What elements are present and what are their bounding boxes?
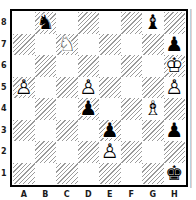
file-label-a: A xyxy=(13,189,35,199)
square-d5: ♟♙ xyxy=(78,77,100,99)
square-a1 xyxy=(13,163,35,185)
square-d8 xyxy=(78,12,100,34)
square-b4 xyxy=(35,98,57,120)
square-c5 xyxy=(56,77,78,99)
square-f4 xyxy=(121,98,143,120)
file-label-d: D xyxy=(78,189,100,199)
rank-labels: 8 7 6 5 4 3 2 1 xyxy=(0,12,9,184)
white-pawn-piece: ♟♙ xyxy=(101,141,119,162)
square-g3 xyxy=(142,120,164,142)
square-f7 xyxy=(121,34,143,56)
king-icon: ♔ xyxy=(165,55,183,76)
pawn-icon: ♙ xyxy=(165,77,183,98)
square-e7 xyxy=(99,34,121,56)
scan-artifact xyxy=(190,9,192,188)
square-b2 xyxy=(35,141,57,163)
square-a8 xyxy=(13,12,35,34)
square-e1 xyxy=(99,163,121,185)
king-icon: ♚ xyxy=(165,163,183,184)
knight-icon: ♞ xyxy=(36,12,54,33)
square-a7 xyxy=(13,34,35,56)
square-d3 xyxy=(78,120,100,142)
pawn-icon: ♟ xyxy=(101,120,119,141)
square-b8: ♞ xyxy=(35,12,57,34)
rank-label-7: 7 xyxy=(0,34,9,56)
file-label-b: B xyxy=(35,189,57,199)
rank-label-1: 1 xyxy=(0,163,9,185)
square-g5 xyxy=(142,77,164,99)
bishop-icon: ♗ xyxy=(144,98,162,119)
square-e6 xyxy=(99,55,121,77)
file-label-c: C xyxy=(56,189,78,199)
square-b5 xyxy=(35,77,57,99)
square-f5 xyxy=(121,77,143,99)
square-f3 xyxy=(121,120,143,142)
square-f2 xyxy=(121,141,143,163)
square-h1: ♚ xyxy=(164,163,186,185)
square-b7 xyxy=(35,34,57,56)
knight-icon: ♘ xyxy=(58,34,76,55)
black-pawn-piece: ♟ xyxy=(165,120,183,141)
chess-diagram: 8 7 6 5 4 3 2 1 ♞♝♞♘♟♚♔♟♙♟♙♟♙♟♝♗♟♟♟♙♚ A … xyxy=(0,0,196,200)
square-f8 xyxy=(121,12,143,34)
square-h3: ♟ xyxy=(164,120,186,142)
chess-board: ♞♝♞♘♟♚♔♟♙♟♙♟♙♟♝♗♟♟♟♙♚ xyxy=(10,9,188,187)
rank-label-6: 6 xyxy=(0,55,9,77)
square-c4 xyxy=(56,98,78,120)
square-g8: ♝ xyxy=(142,12,164,34)
square-a2 xyxy=(13,141,35,163)
square-b1 xyxy=(35,163,57,185)
bishop-icon: ♝ xyxy=(144,12,162,33)
square-a3 xyxy=(13,120,35,142)
pawn-icon: ♟ xyxy=(165,120,183,141)
black-pawn-piece: ♟ xyxy=(101,120,119,141)
rank-label-8: 8 xyxy=(0,12,9,34)
square-d2 xyxy=(78,141,100,163)
black-bishop-piece: ♝ xyxy=(144,12,162,33)
rank-label-4: 4 xyxy=(0,98,9,120)
square-e4 xyxy=(99,98,121,120)
square-b6 xyxy=(35,55,57,77)
square-g7 xyxy=(142,34,164,56)
white-pawn-piece: ♟♙ xyxy=(15,77,33,98)
rank-label-5: 5 xyxy=(0,77,9,99)
square-g4: ♝♗ xyxy=(142,98,164,120)
square-e2: ♟♙ xyxy=(99,141,121,163)
square-e8 xyxy=(99,12,121,34)
pawn-icon: ♙ xyxy=(79,77,97,98)
square-a6 xyxy=(13,55,35,77)
square-d4: ♟ xyxy=(78,98,100,120)
square-g6 xyxy=(142,55,164,77)
pawn-icon: ♟ xyxy=(79,98,97,119)
square-a5: ♟♙ xyxy=(13,77,35,99)
square-e3: ♟ xyxy=(99,120,121,142)
square-c2 xyxy=(56,141,78,163)
file-label-g: G xyxy=(142,189,164,199)
white-knight-piece: ♞♘ xyxy=(58,34,76,55)
file-label-f: F xyxy=(121,189,143,199)
square-c8 xyxy=(56,12,78,34)
black-pawn-piece: ♟ xyxy=(165,34,183,55)
square-g1 xyxy=(142,163,164,185)
file-label-e: E xyxy=(99,189,121,199)
black-king-piece: ♚ xyxy=(165,163,183,184)
white-king-piece: ♚♔ xyxy=(165,55,183,76)
white-bishop-piece: ♝♗ xyxy=(144,98,162,119)
pawn-icon: ♙ xyxy=(15,77,33,98)
white-pawn-piece: ♟♙ xyxy=(79,77,97,98)
square-a4 xyxy=(13,98,35,120)
square-d1 xyxy=(78,163,100,185)
square-h8 xyxy=(164,12,186,34)
square-f6 xyxy=(121,55,143,77)
square-b3 xyxy=(35,120,57,142)
black-knight-piece: ♞ xyxy=(36,12,54,33)
file-label-h: H xyxy=(164,189,186,199)
rank-label-3: 3 xyxy=(0,120,9,142)
white-pawn-piece: ♟♙ xyxy=(165,77,183,98)
square-c1 xyxy=(56,163,78,185)
square-g2 xyxy=(142,141,164,163)
square-d6 xyxy=(78,55,100,77)
square-h5: ♟♙ xyxy=(164,77,186,99)
file-labels: A B C D E F G H xyxy=(13,189,185,199)
square-e5 xyxy=(99,77,121,99)
square-d7 xyxy=(78,34,100,56)
square-h2 xyxy=(164,141,186,163)
square-h7: ♟ xyxy=(164,34,186,56)
pawn-icon: ♙ xyxy=(101,141,119,162)
rank-label-2: 2 xyxy=(0,141,9,163)
square-h6: ♚♔ xyxy=(164,55,186,77)
square-c7: ♞♘ xyxy=(56,34,78,56)
square-f1 xyxy=(121,163,143,185)
black-pawn-piece: ♟ xyxy=(79,98,97,119)
square-c6 xyxy=(56,55,78,77)
square-c3 xyxy=(56,120,78,142)
square-h4 xyxy=(164,98,186,120)
pawn-icon: ♟ xyxy=(165,34,183,55)
